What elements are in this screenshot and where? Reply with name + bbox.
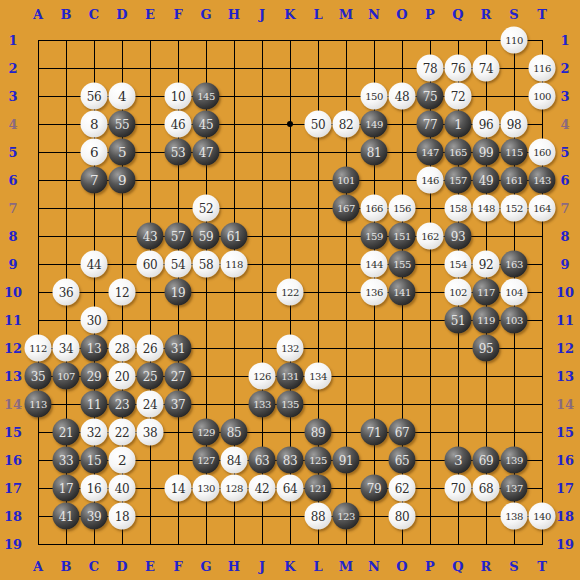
move-number: 69: [479, 454, 493, 466]
stone-S11-move-103: 103: [501, 307, 528, 334]
col-label-bottom-A: A: [33, 560, 43, 573]
move-number: 11: [87, 398, 101, 410]
col-label-bottom-T: T: [537, 560, 547, 573]
move-number: 46: [171, 118, 185, 130]
move-number: 39: [87, 510, 101, 522]
move-number: 118: [225, 259, 243, 269]
stone-G17-move-130: 130: [193, 475, 220, 502]
move-number: 78: [423, 62, 437, 74]
move-number: 44: [87, 258, 101, 270]
col-label-bottom-N: N: [368, 560, 380, 573]
row-label-right-3: 3: [560, 90, 569, 103]
move-number: 38: [143, 426, 157, 438]
move-number: 74: [479, 62, 493, 74]
move-number: 65: [395, 454, 409, 466]
move-number: 107: [57, 371, 75, 381]
stone-D13-move-20: 20: [109, 363, 136, 390]
stone-O9-move-155: 155: [389, 251, 416, 278]
row-label-left-15: 15: [4, 426, 22, 439]
move-number: 131: [281, 371, 299, 381]
stone-R12-move-95: 95: [473, 335, 500, 362]
stone-F14-move-37: 37: [165, 391, 192, 418]
row-label-left-18: 18: [4, 510, 22, 523]
stone-Q9-move-154: 154: [445, 251, 472, 278]
stone-D5-move-5: 5: [109, 139, 136, 166]
stone-O17-move-62: 62: [389, 475, 416, 502]
row-label-left-17: 17: [4, 482, 22, 495]
col-label-bottom-J: J: [259, 560, 265, 573]
stone-K12-move-132: 132: [277, 335, 304, 362]
row-label-left-5: 5: [8, 146, 17, 159]
move-number: 20: [115, 370, 129, 382]
row-label-right-4: 4: [560, 118, 569, 131]
move-number: 47: [199, 146, 213, 158]
stone-E12-move-26: 26: [137, 335, 164, 362]
stone-G5-move-47: 47: [193, 139, 220, 166]
move-number: 99: [479, 146, 493, 158]
move-number: 6: [90, 145, 98, 159]
row-label-right-13: 13: [556, 370, 574, 383]
row-label-right-10: 10: [556, 286, 574, 299]
stone-J17-move-42: 42: [249, 475, 276, 502]
row-label-left-12: 12: [4, 342, 22, 355]
move-number: 81: [367, 146, 381, 158]
stone-C12-move-13: 13: [81, 335, 108, 362]
stone-D10-move-12: 12: [109, 279, 136, 306]
move-number: 64: [283, 482, 297, 494]
stone-Q3-move-72: 72: [445, 83, 472, 110]
move-number: 146: [421, 175, 439, 185]
stone-O3-move-48: 48: [389, 83, 416, 110]
move-number: 18: [115, 510, 129, 522]
col-label-top-C: C: [89, 8, 99, 21]
move-number: 154: [449, 259, 467, 269]
stone-P8-move-162: 162: [417, 223, 444, 250]
move-number: 33: [59, 454, 73, 466]
stone-E13-move-25: 25: [137, 363, 164, 390]
move-number: 19: [171, 286, 185, 298]
col-label-bottom-H: H: [228, 560, 240, 573]
row-label-right-14: 14: [556, 398, 574, 411]
move-number: 21: [59, 426, 73, 438]
stone-R7-move-148: 148: [473, 195, 500, 222]
stone-G8-move-59: 59: [193, 223, 220, 250]
move-number: 128: [225, 483, 243, 493]
stone-P3-move-75: 75: [417, 83, 444, 110]
col-label-top-D: D: [116, 8, 127, 21]
row-label-right-5: 5: [560, 146, 569, 159]
move-number: 160: [533, 147, 551, 157]
row-label-left-7: 7: [8, 202, 17, 215]
row-label-left-19: 19: [4, 538, 22, 551]
stone-D3-move-4: 4: [109, 83, 136, 110]
move-number: 48: [395, 90, 409, 102]
row-label-left-4: 4: [8, 118, 17, 131]
stone-A12-move-112: 112: [25, 335, 52, 362]
move-number: 102: [449, 287, 467, 297]
stone-F12-move-31: 31: [165, 335, 192, 362]
stone-C15-move-32: 32: [81, 419, 108, 446]
row-label-left-10: 10: [4, 286, 22, 299]
move-number: 59: [199, 230, 213, 242]
stone-B17-move-17: 17: [53, 475, 80, 502]
move-number: 121: [309, 483, 327, 493]
move-number: 100: [533, 91, 551, 101]
move-number: 143: [533, 175, 551, 185]
stone-L17-move-121: 121: [305, 475, 332, 502]
stone-C18-move-39: 39: [81, 503, 108, 530]
row-label-right-18: 18: [556, 510, 574, 523]
stone-S18-move-138: 138: [501, 503, 528, 530]
row-label-left-6: 6: [8, 174, 17, 187]
stone-Q5-move-165: 165: [445, 139, 472, 166]
move-number: 167: [337, 203, 355, 213]
col-label-top-P: P: [425, 8, 435, 21]
move-number: 134: [309, 371, 327, 381]
stone-E15-move-38: 38: [137, 419, 164, 446]
stone-N17-move-79: 79: [361, 475, 388, 502]
move-number: 156: [393, 203, 411, 213]
move-number: 139: [505, 455, 523, 465]
move-number: 137: [505, 483, 523, 493]
stone-M7-move-167: 167: [333, 195, 360, 222]
stone-F10-move-19: 19: [165, 279, 192, 306]
stone-O8-move-151: 151: [389, 223, 416, 250]
stone-S10-move-104: 104: [501, 279, 528, 306]
move-number: 144: [365, 259, 383, 269]
stone-K13-move-131: 131: [277, 363, 304, 390]
move-number: 70: [451, 482, 465, 494]
move-number: 32: [87, 426, 101, 438]
move-number: 95: [479, 342, 493, 354]
move-number: 36: [59, 286, 73, 298]
move-number: 28: [115, 342, 129, 354]
col-label-top-L: L: [313, 8, 322, 21]
col-label-top-H: H: [228, 8, 240, 21]
move-number: 53: [171, 146, 185, 158]
stone-P2-move-78: 78: [417, 55, 444, 82]
stone-S16-move-139: 139: [501, 447, 528, 474]
move-number: 127: [197, 455, 215, 465]
row-label-right-6: 6: [560, 174, 569, 187]
stone-Q4-move-1: 1: [445, 111, 472, 138]
stone-L13-move-134: 134: [305, 363, 332, 390]
stone-F17-move-14: 14: [165, 475, 192, 502]
col-label-bottom-L: L: [313, 560, 322, 573]
col-label-top-O: O: [396, 8, 407, 21]
move-number: 25: [143, 370, 157, 382]
move-number: 68: [479, 482, 493, 494]
row-label-right-16: 16: [556, 454, 574, 467]
move-number: 27: [171, 370, 185, 382]
stone-C4-move-8: 8: [81, 111, 108, 138]
move-number: 37: [171, 398, 185, 410]
stone-R6-move-49: 49: [473, 167, 500, 194]
move-number: 45: [199, 118, 213, 130]
move-number: 89: [311, 426, 325, 438]
col-label-bottom-E: E: [145, 560, 155, 573]
col-label-top-N: N: [368, 8, 380, 21]
move-number: 57: [171, 230, 185, 242]
stone-N10-move-136: 136: [361, 279, 388, 306]
move-number: 101: [337, 175, 355, 185]
stone-L18-move-88: 88: [305, 503, 332, 530]
col-label-top-R: R: [481, 8, 492, 21]
stone-P6-move-146: 146: [417, 167, 444, 194]
stone-D6-move-9: 9: [109, 167, 136, 194]
stone-N15-move-71: 71: [361, 419, 388, 446]
stone-D15-move-22: 22: [109, 419, 136, 446]
stone-D18-move-18: 18: [109, 503, 136, 530]
move-number: 42: [255, 482, 269, 494]
col-label-top-S: S: [509, 8, 518, 21]
move-number: 41: [59, 510, 73, 522]
move-number: 26: [143, 342, 157, 354]
move-number: 117: [477, 287, 495, 297]
move-number: 162: [421, 231, 439, 241]
stone-R17-move-68: 68: [473, 475, 500, 502]
move-number: 119: [477, 315, 495, 325]
stone-K17-move-64: 64: [277, 475, 304, 502]
col-label-bottom-M: M: [339, 560, 353, 573]
move-number: 125: [309, 455, 327, 465]
move-number: 31: [171, 342, 185, 354]
stone-D14-move-23: 23: [109, 391, 136, 418]
stone-D4-move-55: 55: [109, 111, 136, 138]
col-label-top-Q: Q: [452, 8, 463, 21]
move-number: 43: [143, 230, 157, 242]
stone-B18-move-41: 41: [53, 503, 80, 530]
row-label-right-17: 17: [556, 482, 574, 495]
move-number: 132: [281, 343, 299, 353]
stone-C16-move-15: 15: [81, 447, 108, 474]
col-label-bottom-C: C: [89, 560, 99, 573]
stone-C3-move-56: 56: [81, 83, 108, 110]
move-number: 123: [337, 511, 355, 521]
stone-T18-move-140: 140: [529, 503, 556, 530]
stone-L4-move-50: 50: [305, 111, 332, 138]
stone-G15-move-129: 129: [193, 419, 220, 446]
move-number: 82: [339, 118, 353, 130]
stone-C5-move-6: 6: [81, 139, 108, 166]
row-label-right-2: 2: [560, 62, 569, 75]
col-label-top-A: A: [33, 8, 43, 21]
go-game-record: AABBCCDDEEFFGGHHJJKKLLMMNNOOPPQQRRSSTT11…: [0, 0, 580, 580]
move-number: 150: [365, 91, 383, 101]
stone-C11-move-30: 30: [81, 307, 108, 334]
move-number: 4: [118, 89, 126, 103]
stone-C13-move-29: 29: [81, 363, 108, 390]
stone-Q16-move-3: 3: [445, 447, 472, 474]
move-number: 22: [115, 426, 129, 438]
col-label-bottom-Q: Q: [452, 560, 463, 573]
col-label-top-G: G: [200, 8, 211, 21]
move-number: 13: [87, 342, 101, 354]
move-number: 10: [171, 90, 185, 102]
col-label-bottom-S: S: [509, 560, 518, 573]
stone-F3-move-10: 10: [165, 83, 192, 110]
stone-Q17-move-70: 70: [445, 475, 472, 502]
move-number: 23: [115, 398, 129, 410]
move-number: 1: [454, 117, 462, 131]
stone-N7-move-166: 166: [361, 195, 388, 222]
move-number: 157: [449, 175, 467, 185]
move-number: 126: [253, 371, 271, 381]
move-number: 60: [143, 258, 157, 270]
row-label-left-2: 2: [8, 62, 17, 75]
move-number: 63: [255, 454, 269, 466]
move-number: 159: [365, 231, 383, 241]
stone-J14-move-133: 133: [249, 391, 276, 418]
move-number: 103: [505, 315, 523, 325]
stone-B13-move-107: 107: [53, 363, 80, 390]
stone-D16-move-2: 2: [109, 447, 136, 474]
move-number: 133: [253, 399, 271, 409]
stone-S5-move-115: 115: [501, 139, 528, 166]
stone-F8-move-57: 57: [165, 223, 192, 250]
stone-G16-move-127: 127: [193, 447, 220, 474]
move-number: 29: [87, 370, 101, 382]
move-number: 166: [365, 203, 383, 213]
stone-D17-move-40: 40: [109, 475, 136, 502]
stone-R10-move-117: 117: [473, 279, 500, 306]
move-number: 14: [171, 482, 185, 494]
stone-L15-move-89: 89: [305, 419, 332, 446]
move-number: 56: [87, 90, 101, 102]
stone-T3-move-100: 100: [529, 83, 556, 110]
stone-F5-move-53: 53: [165, 139, 192, 166]
stone-O18-move-80: 80: [389, 503, 416, 530]
stone-O10-move-141: 141: [389, 279, 416, 306]
move-number: 165: [449, 147, 467, 157]
stone-S7-move-152: 152: [501, 195, 528, 222]
star-point-K4: [287, 121, 293, 127]
row-label-right-1: 1: [560, 34, 569, 47]
stone-E8-move-43: 43: [137, 223, 164, 250]
col-label-bottom-R: R: [481, 560, 492, 573]
move-number: 3: [454, 453, 462, 467]
move-number: 7: [90, 173, 98, 187]
row-label-right-15: 15: [556, 426, 574, 439]
row-label-right-7: 7: [560, 202, 569, 215]
move-number: 158: [449, 203, 467, 213]
row-label-right-12: 12: [556, 342, 574, 355]
move-number: 112: [29, 343, 47, 353]
stone-S17-move-137: 137: [501, 475, 528, 502]
stone-H17-move-128: 128: [221, 475, 248, 502]
move-number: 35: [31, 370, 45, 382]
row-label-right-11: 11: [556, 314, 574, 327]
move-number: 88: [311, 510, 325, 522]
move-number: 93: [451, 230, 465, 242]
stone-Q7-move-158: 158: [445, 195, 472, 222]
stone-R2-move-74: 74: [473, 55, 500, 82]
stone-J13-move-126: 126: [249, 363, 276, 390]
move-number: 12: [115, 286, 129, 298]
stone-N9-move-144: 144: [361, 251, 388, 278]
move-number: 75: [423, 90, 437, 102]
stone-T5-move-160: 160: [529, 139, 556, 166]
move-number: 136: [365, 287, 383, 297]
stone-B10-move-36: 36: [53, 279, 80, 306]
stone-R4-move-96: 96: [473, 111, 500, 138]
move-number: 51: [451, 314, 465, 326]
move-number: 16: [87, 482, 101, 494]
col-label-top-T: T: [537, 8, 547, 21]
row-label-right-19: 19: [556, 538, 574, 551]
move-number: 91: [339, 454, 353, 466]
move-number: 61: [227, 230, 241, 242]
stone-H16-move-84: 84: [221, 447, 248, 474]
move-number: 17: [59, 482, 73, 494]
stone-Q11-move-51: 51: [445, 307, 472, 334]
move-number: 54: [171, 258, 185, 270]
move-number: 2: [118, 453, 126, 467]
move-number: 96: [479, 118, 493, 130]
move-number: 85: [227, 426, 241, 438]
stone-S6-move-161: 161: [501, 167, 528, 194]
stone-N5-move-81: 81: [361, 139, 388, 166]
move-number: 130: [197, 483, 215, 493]
move-number: 140: [533, 511, 551, 521]
stone-T6-move-143: 143: [529, 167, 556, 194]
stone-P4-move-77: 77: [417, 111, 444, 138]
move-number: 113: [29, 399, 47, 409]
move-number: 164: [533, 203, 551, 213]
col-label-bottom-K: K: [284, 560, 295, 573]
row-label-left-3: 3: [8, 90, 17, 103]
row-label-left-8: 8: [8, 230, 17, 243]
col-label-bottom-D: D: [116, 560, 127, 573]
stone-S1-move-110: 110: [501, 27, 528, 54]
col-label-top-J: J: [259, 8, 265, 21]
move-number: 155: [393, 259, 411, 269]
move-number: 161: [505, 175, 523, 185]
stone-R16-move-69: 69: [473, 447, 500, 474]
stone-M6-move-101: 101: [333, 167, 360, 194]
stone-T2-move-116: 116: [529, 55, 556, 82]
move-number: 98: [507, 118, 521, 130]
move-number: 50: [311, 118, 325, 130]
stone-S4-move-98: 98: [501, 111, 528, 138]
stone-P5-move-147: 147: [417, 139, 444, 166]
move-number: 8: [90, 117, 98, 131]
stone-D12-move-28: 28: [109, 335, 136, 362]
stone-G7-move-52: 52: [193, 195, 220, 222]
move-number: 110: [505, 35, 523, 45]
move-number: 24: [143, 398, 157, 410]
move-number: 141: [393, 287, 411, 297]
move-number: 122: [281, 287, 299, 297]
move-number: 76: [451, 62, 465, 74]
move-number: 147: [421, 147, 439, 157]
move-number: 30: [87, 314, 101, 326]
move-number: 62: [395, 482, 409, 494]
stone-C14-move-11: 11: [81, 391, 108, 418]
stone-O7-move-156: 156: [389, 195, 416, 222]
stone-R9-move-92: 92: [473, 251, 500, 278]
stone-E14-move-24: 24: [137, 391, 164, 418]
move-number: 77: [423, 118, 437, 130]
move-number: 84: [227, 454, 241, 466]
stone-Q6-move-157: 157: [445, 167, 472, 194]
move-number: 115: [505, 147, 523, 157]
move-number: 116: [533, 63, 551, 73]
move-number: 149: [365, 119, 383, 129]
stone-K10-move-122: 122: [277, 279, 304, 306]
stone-Q10-move-102: 102: [445, 279, 472, 306]
stone-H9-move-118: 118: [221, 251, 248, 278]
